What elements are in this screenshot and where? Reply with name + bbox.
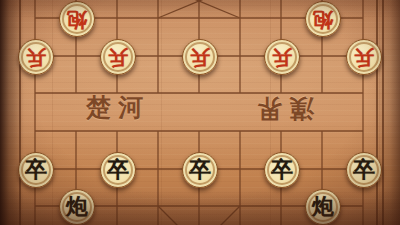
piece-red-soldier[interactable]: 兵 bbox=[100, 39, 136, 75]
river-text-han-jie: 漢界 bbox=[244, 93, 320, 123]
piece-black-soldier[interactable]: 卒 bbox=[264, 152, 300, 188]
black-soldier-glyph: 卒 bbox=[353, 155, 375, 185]
red-soldier-glyph: 兵 bbox=[190, 44, 210, 71]
piece-black-soldier[interactable]: 卒 bbox=[182, 152, 218, 188]
piece-red-cannon[interactable]: 炮 bbox=[59, 1, 95, 37]
piece-black-soldier[interactable]: 卒 bbox=[18, 152, 54, 188]
piece-black-cannon[interactable]: 炮 bbox=[305, 189, 341, 225]
piece-black-soldier[interactable]: 卒 bbox=[100, 152, 136, 188]
piece-red-soldier[interactable]: 兵 bbox=[18, 39, 54, 75]
black-cannon-glyph: 炮 bbox=[66, 192, 88, 222]
piece-red-cannon[interactable]: 炮 bbox=[305, 1, 341, 37]
black-soldier-glyph: 卒 bbox=[271, 155, 293, 185]
piece-red-soldier[interactable]: 兵 bbox=[182, 39, 218, 75]
xiangqi-board[interactable]: 楚河 漢界 炮炮兵兵兵兵兵卒卒卒卒卒炮炮 bbox=[0, 0, 400, 225]
black-soldier-glyph: 卒 bbox=[189, 155, 211, 185]
black-cannon-glyph: 炮 bbox=[312, 192, 334, 222]
red-soldier-glyph: 兵 bbox=[354, 44, 374, 71]
piece-black-cannon[interactable]: 炮 bbox=[59, 189, 95, 225]
red-soldier-glyph: 兵 bbox=[272, 44, 292, 71]
red-cannon-glyph: 炮 bbox=[67, 6, 87, 33]
red-soldier-glyph: 兵 bbox=[26, 44, 46, 71]
red-soldier-glyph: 兵 bbox=[108, 44, 128, 71]
piece-black-soldier[interactable]: 卒 bbox=[346, 152, 382, 188]
board-grid bbox=[0, 0, 400, 225]
piece-red-soldier[interactable]: 兵 bbox=[264, 39, 300, 75]
black-soldier-glyph: 卒 bbox=[25, 155, 47, 185]
piece-red-soldier[interactable]: 兵 bbox=[346, 39, 382, 75]
river-text-chu-he: 楚河 bbox=[80, 93, 156, 123]
red-cannon-glyph: 炮 bbox=[313, 6, 333, 33]
black-soldier-glyph: 卒 bbox=[107, 155, 129, 185]
